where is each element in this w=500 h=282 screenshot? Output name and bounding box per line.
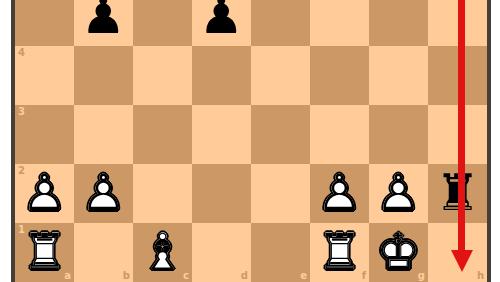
square-b3[interactable] [74,105,133,164]
square-d1[interactable]: d [192,223,251,282]
square-f1[interactable]: f♜♖ [310,223,369,282]
square-g2[interactable]: ♟♙ [369,164,428,223]
square-g5[interactable] [369,0,428,46]
board-rank-2: 2♟♙♟♙♟♙♟♙♜ [15,164,487,223]
square-d5[interactable]: ♟ [192,0,251,46]
white-pawn-b2[interactable]: ♟♙ [74,164,133,223]
pawn-glyph-outline: ♙ [15,164,74,223]
square-g1[interactable]: g♚♔ [369,223,428,282]
square-b2[interactable]: ♟♙ [74,164,133,223]
square-d3[interactable] [192,105,251,164]
square-d4[interactable] [192,46,251,105]
board-rank-1: 1a♜♖bc♝♗def♜♖g♚♔h [15,223,487,282]
square-a4[interactable]: 4 [15,46,74,105]
white-king-g1[interactable]: ♚♔ [369,223,428,282]
square-e1[interactable]: e [251,223,310,282]
king-glyph-outline: ♔ [369,223,428,282]
white-pawn-f2[interactable]: ♟♙ [310,164,369,223]
board-rank-4: 4 [15,46,487,105]
square-e2[interactable] [251,164,310,223]
square-a5[interactable] [15,0,74,46]
square-f5[interactable] [310,0,369,46]
file-label-h: h [477,270,484,281]
rank-label-4: 4 [18,47,25,58]
square-b1[interactable]: b [74,223,133,282]
white-rook-f1[interactable]: ♜♖ [310,223,369,282]
rank-label-3: 3 [18,106,25,117]
chess-board: ♟♟432♟♙♟♙♟♙♟♙♜1a♜♖bc♝♗def♜♖g♚♔h [11,0,491,282]
square-c4[interactable] [133,46,192,105]
square-b4[interactable] [74,46,133,105]
pawn-glyph-outline: ♙ [369,164,428,223]
white-bishop-c1[interactable]: ♝♗ [133,223,192,282]
pawn-glyph-outline: ♙ [310,164,369,223]
pawn-glyph-outline: ♙ [74,164,133,223]
square-c1[interactable]: c♝♗ [133,223,192,282]
black-pawn-d5[interactable]: ♟ [192,0,251,46]
square-b5[interactable]: ♟ [74,0,133,46]
bishop-glyph-outline: ♗ [133,223,192,282]
square-f4[interactable] [310,46,369,105]
white-pawn-g2[interactable]: ♟♙ [369,164,428,223]
square-c5[interactable] [133,0,192,46]
square-a2[interactable]: 2♟♙ [15,164,74,223]
board-squares: ♟♟432♟♙♟♙♟♙♟♙♜1a♜♖bc♝♗def♜♖g♚♔h [15,0,487,282]
square-c2[interactable] [133,164,192,223]
rook-glyph-outline: ♖ [15,223,74,282]
move-arrow-shaft [458,0,465,252]
rook-glyph-outline: ♖ [310,223,369,282]
square-a1[interactable]: 1a♜♖ [15,223,74,282]
black-pawn-b5[interactable]: ♟ [74,0,133,46]
board-rank-5: ♟♟ [15,0,487,46]
square-g3[interactable] [369,105,428,164]
white-rook-a1[interactable]: ♜♖ [15,223,74,282]
white-pawn-a2[interactable]: ♟♙ [15,164,74,223]
file-label-e: e [300,270,307,281]
square-e3[interactable] [251,105,310,164]
square-e5[interactable] [251,0,310,46]
file-label-b: b [123,270,130,281]
square-g4[interactable] [369,46,428,105]
square-f2[interactable]: ♟♙ [310,164,369,223]
square-a3[interactable]: 3 [15,105,74,164]
square-e4[interactable] [251,46,310,105]
square-c3[interactable] [133,105,192,164]
board-rank-3: 3 [15,105,487,164]
move-arrow-head-icon [451,250,473,272]
file-label-d: d [241,270,248,281]
square-d2[interactable] [192,164,251,223]
chess-app-view: ♟♟432♟♙♟♙♟♙♟♙♜1a♜♖bc♝♗def♜♖g♚♔h [0,0,500,282]
square-f3[interactable] [310,105,369,164]
